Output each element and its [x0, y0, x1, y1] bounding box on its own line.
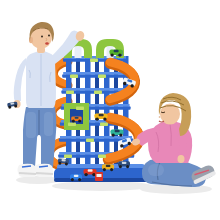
parking-sign	[68, 123, 76, 127]
boy-shoe-right	[35, 164, 54, 177]
elevator-channel-left	[75, 46, 82, 58]
boy-shoe-left	[18, 164, 37, 177]
parking-sign	[100, 123, 108, 127]
parking-sign	[94, 91, 102, 95]
parking-sign	[66, 91, 74, 95]
parking-sign	[86, 139, 94, 143]
parking-sign	[98, 155, 106, 159]
parking-sign	[64, 155, 72, 159]
girl-hand-down	[178, 155, 185, 163]
toy-station	[95, 172, 103, 181]
parking-sign	[70, 75, 78, 79]
parking-sign	[90, 59, 98, 63]
photo-stage	[0, 0, 220, 220]
parking-sign	[76, 107, 84, 111]
parking-sign	[98, 75, 106, 79]
scene-photo	[0, 0, 220, 220]
